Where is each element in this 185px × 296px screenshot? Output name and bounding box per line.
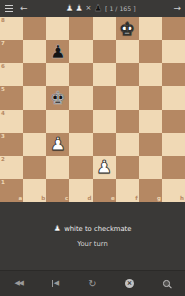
- analyze-button[interactable]: [148, 271, 185, 296]
- square-f4[interactable]: [116, 110, 139, 133]
- square-h8[interactable]: [162, 17, 185, 40]
- file-label-h: h: [180, 196, 184, 202]
- square-c3[interactable]: ♟: [46, 133, 69, 156]
- square-h2[interactable]: [162, 156, 185, 179]
- file-label-d: d: [88, 196, 92, 202]
- rank-label-6: 6: [1, 64, 5, 70]
- hamburger-menu-icon[interactable]: [4, 3, 14, 14]
- square-g8[interactable]: [139, 17, 162, 40]
- rank-label-4: 4: [1, 111, 5, 117]
- square-c7[interactable]: ♟: [46, 40, 69, 63]
- square-e6[interactable]: [93, 63, 116, 86]
- square-f8[interactable]: ♚: [116, 17, 139, 40]
- piece-black-king[interactable]: ♚: [46, 86, 69, 109]
- square-b4[interactable]: [23, 110, 46, 133]
- square-a6[interactable]: 6: [0, 63, 23, 86]
- piece-black-pawn[interactable]: ♟: [46, 40, 69, 63]
- square-a7[interactable]: 7: [0, 40, 23, 63]
- black-pawn-icon: ♟: [94, 4, 102, 13]
- square-a1[interactable]: 1a: [0, 179, 23, 202]
- square-d1[interactable]: d: [69, 179, 92, 202]
- square-f3[interactable]: [116, 133, 139, 156]
- file-label-f: f: [135, 196, 137, 202]
- piece-white-king[interactable]: ♚: [116, 17, 139, 40]
- white-pawn-icon: ♟: [54, 224, 62, 233]
- square-f6[interactable]: [116, 63, 139, 86]
- rank-label-1: 1: [1, 180, 5, 186]
- square-e4[interactable]: [93, 110, 116, 133]
- square-d5[interactable]: [69, 86, 92, 109]
- square-e2[interactable]: ♟: [93, 156, 116, 179]
- status-area: ♟ white to checkmate Your turn: [0, 202, 185, 270]
- square-f7[interactable]: [116, 40, 139, 63]
- square-d4[interactable]: [69, 110, 92, 133]
- square-h7[interactable]: [162, 40, 185, 63]
- square-h5[interactable]: [162, 86, 185, 109]
- chess-board: 8♚7♟65♚43♟2♟1abcdefgh: [0, 17, 185, 202]
- square-a2[interactable]: 2: [0, 156, 23, 179]
- square-f1[interactable]: f: [116, 179, 139, 202]
- square-e3[interactable]: [93, 133, 116, 156]
- piece-white-pawn[interactable]: ♟: [93, 156, 116, 179]
- square-c6[interactable]: [46, 63, 69, 86]
- square-b3[interactable]: [23, 133, 46, 156]
- forward-arrow-icon[interactable]: →: [173, 4, 181, 13]
- square-e5[interactable]: [93, 86, 116, 109]
- file-label-b: b: [41, 196, 45, 202]
- top-bar: ← ♟♟×♟ [ 1 / 165 ] →: [0, 0, 185, 17]
- fast-rewind-button[interactable]: ◀◀: [0, 271, 37, 296]
- rank-label-7: 7: [1, 41, 5, 47]
- square-b1[interactable]: b: [23, 179, 46, 202]
- puzzle-goal: ♟ white to checkmate: [54, 224, 132, 233]
- circled-x-icon: ×: [125, 279, 134, 288]
- back-arrow-icon[interactable]: ←: [20, 4, 28, 13]
- square-g3[interactable]: [139, 133, 162, 156]
- square-b5[interactable]: [23, 86, 46, 109]
- square-a3[interactable]: 3: [0, 133, 23, 156]
- square-h6[interactable]: [162, 63, 185, 86]
- square-b6[interactable]: [23, 63, 46, 86]
- magnifier-icon: [162, 279, 171, 288]
- turn-indicator: Your turn: [77, 240, 108, 248]
- double-left-arrow-icon: ◀◀: [15, 280, 23, 287]
- file-label-g: g: [157, 196, 161, 202]
- restart-button[interactable]: ↻: [74, 271, 111, 296]
- material-count: ♟♟×♟: [65, 4, 102, 13]
- square-e8[interactable]: [93, 17, 116, 40]
- piece-white-pawn[interactable]: ♟: [46, 133, 69, 156]
- bottom-toolbar: ◀◀◀↻×: [0, 270, 185, 296]
- rank-label-2: 2: [1, 157, 5, 163]
- skip-to-start-icon: ◀: [52, 280, 59, 287]
- square-d2[interactable]: [69, 156, 92, 179]
- square-d7[interactable]: [69, 40, 92, 63]
- square-g4[interactable]: [139, 110, 162, 133]
- circular-arrow-icon: ↻: [88, 279, 96, 289]
- square-d8[interactable]: [69, 17, 92, 40]
- square-a8[interactable]: 8: [0, 17, 23, 40]
- white-pawn-icon: ♟: [65, 4, 73, 13]
- rank-label-5: 5: [1, 87, 5, 93]
- goal-text: white to checkmate: [64, 225, 131, 233]
- square-a4[interactable]: 4: [0, 110, 23, 133]
- square-c4[interactable]: [46, 110, 69, 133]
- square-g5[interactable]: [139, 86, 162, 109]
- square-c8[interactable]: [46, 17, 69, 40]
- square-c5[interactable]: ♚: [46, 86, 69, 109]
- square-b8[interactable]: [23, 17, 46, 40]
- square-g6[interactable]: [139, 63, 162, 86]
- square-b7[interactable]: [23, 40, 46, 63]
- file-label-e: e: [111, 196, 115, 202]
- square-g1[interactable]: g: [139, 179, 162, 202]
- square-h4[interactable]: [162, 110, 185, 133]
- show-solution-button[interactable]: ×: [111, 271, 148, 296]
- square-h3[interactable]: [162, 133, 185, 156]
- rank-label-3: 3: [1, 134, 5, 140]
- square-c2[interactable]: [46, 156, 69, 179]
- versus-x-icon: ×: [86, 5, 92, 12]
- white-pawn-icon: ♟: [75, 4, 83, 13]
- square-g7[interactable]: [139, 40, 162, 63]
- square-g2[interactable]: [139, 156, 162, 179]
- square-a5[interactable]: 5: [0, 86, 23, 109]
- square-d6[interactable]: [69, 63, 92, 86]
- square-c1[interactable]: c: [46, 179, 69, 202]
- square-f5[interactable]: [116, 86, 139, 109]
- square-e1[interactable]: e: [93, 179, 116, 202]
- rank-label-8: 8: [1, 18, 5, 24]
- square-b2[interactable]: [23, 156, 46, 179]
- file-label-a: a: [18, 196, 22, 202]
- square-h1[interactable]: h: [162, 179, 185, 202]
- square-f2[interactable]: [116, 156, 139, 179]
- skip-to-start-button[interactable]: ◀: [37, 271, 74, 296]
- chess-tactics-app: ← ♟♟×♟ [ 1 / 165 ] → 8♚7♟65♚43♟2♟1abcdef…: [0, 0, 185, 296]
- square-d3[interactable]: [69, 133, 92, 156]
- square-e7[interactable]: [93, 40, 116, 63]
- file-label-c: c: [65, 196, 68, 202]
- puzzle-counter: [ 1 / 165 ]: [105, 5, 136, 12]
